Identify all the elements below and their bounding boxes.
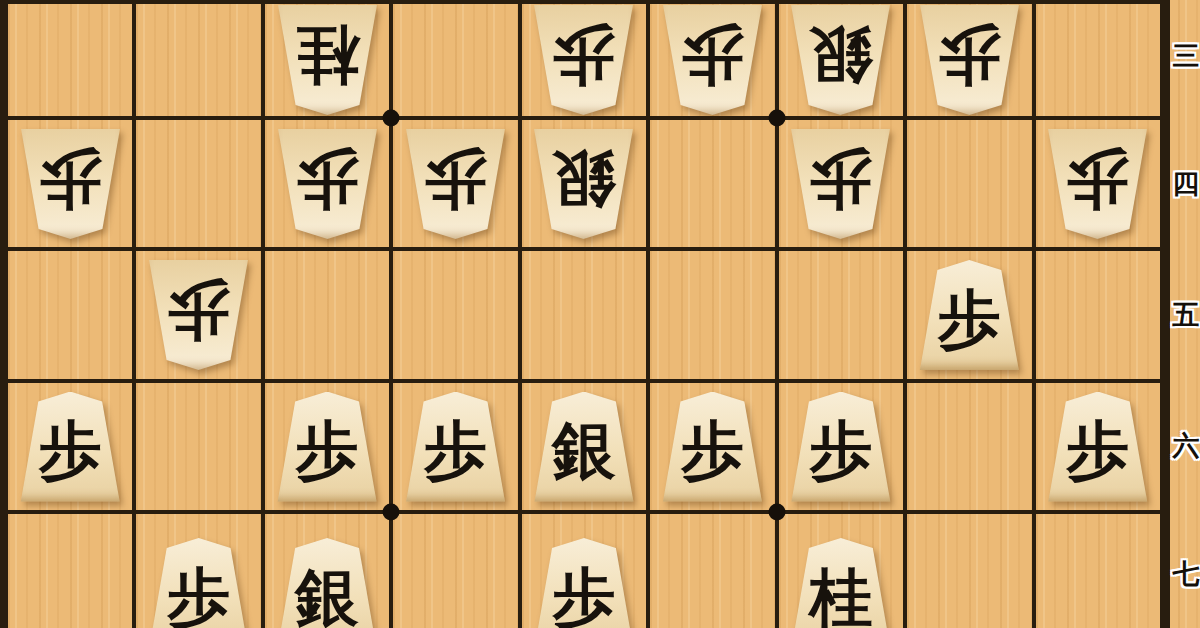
- piece-kanji: 桂: [809, 566, 872, 628]
- piece-kanji: 歩: [552, 566, 615, 628]
- piece-kanji: 歩: [938, 25, 1001, 88]
- piece-sente-pawn[interactable]: 歩: [404, 392, 507, 502]
- piece-gote-silver[interactable]: 銀: [789, 5, 892, 115]
- piece-kanji: 銀: [552, 419, 615, 482]
- square-2-6[interactable]: [907, 383, 1031, 510]
- piece-gote-pawn[interactable]: 歩: [404, 129, 507, 239]
- piece-body: 歩: [661, 392, 764, 502]
- piece-kanji: 桂: [296, 25, 359, 88]
- board-grid: 桂歩歩銀歩歩歩歩銀歩歩歩歩歩歩歩銀歩歩歩歩銀歩桂: [0, 0, 1170, 628]
- piece-body: 歩: [404, 392, 507, 502]
- piece-body: 歩: [1046, 129, 1149, 239]
- square-3-3[interactable]: 銀: [779, 4, 903, 116]
- piece-sente-silver[interactable]: 銀: [532, 392, 635, 502]
- piece-gote-pawn[interactable]: 歩: [276, 129, 379, 239]
- piece-sente-pawn[interactable]: 歩: [532, 538, 635, 628]
- piece-kanji: 歩: [681, 419, 744, 482]
- piece-body: 歩: [276, 392, 379, 502]
- piece-kanji: 歩: [1066, 148, 1129, 211]
- piece-body: 銀: [789, 5, 892, 115]
- piece-kanji: 銀: [809, 25, 872, 88]
- piece-body: 歩: [532, 5, 635, 115]
- piece-kanji: 歩: [167, 280, 230, 343]
- square-5-6[interactable]: 銀: [522, 383, 646, 510]
- piece-gote-pawn[interactable]: 歩: [1046, 129, 1149, 239]
- piece-body: 歩: [404, 129, 507, 239]
- piece-body: 銀: [532, 392, 635, 502]
- piece-sente-pawn[interactable]: 歩: [19, 392, 122, 502]
- piece-sente-pawn[interactable]: 歩: [661, 392, 764, 502]
- piece-kanji: 銀: [296, 566, 359, 628]
- piece-kanji: 銀: [552, 148, 615, 211]
- square-4-6[interactable]: 歩: [650, 383, 774, 510]
- square-9-5[interactable]: [8, 251, 132, 379]
- square-7-3[interactable]: 桂: [265, 4, 389, 116]
- rank-label-3: 三: [1172, 38, 1200, 74]
- square-9-7[interactable]: [8, 514, 132, 628]
- piece-kanji: 歩: [424, 148, 487, 211]
- piece-kanji: 歩: [552, 25, 615, 88]
- square-1-5[interactable]: [1036, 251, 1160, 379]
- piece-sente-pawn[interactable]: 歩: [147, 538, 250, 628]
- rank-label-4: 四: [1172, 166, 1200, 202]
- square-6-7[interactable]: [393, 514, 517, 628]
- piece-body: 歩: [276, 129, 379, 239]
- star-point: [769, 110, 786, 127]
- square-2-3[interactable]: 歩: [907, 4, 1031, 116]
- square-8-6[interactable]: [136, 383, 260, 510]
- piece-body: 歩: [1046, 392, 1149, 502]
- piece-kanji: 歩: [39, 419, 102, 482]
- piece-body: 歩: [19, 392, 122, 502]
- piece-gote-pawn[interactable]: 歩: [532, 5, 635, 115]
- square-1-7[interactable]: [1036, 514, 1160, 628]
- square-9-6[interactable]: 歩: [8, 383, 132, 510]
- piece-body: 歩: [19, 129, 122, 239]
- square-8-4[interactable]: [136, 120, 260, 247]
- square-3-4[interactable]: 歩: [779, 120, 903, 247]
- piece-body: 銀: [276, 538, 379, 628]
- piece-gote-pawn[interactable]: 歩: [147, 260, 250, 370]
- piece-body: 歩: [147, 260, 250, 370]
- square-9-4[interactable]: 歩: [8, 120, 132, 247]
- piece-body: 歩: [532, 538, 635, 628]
- piece-sente-knight[interactable]: 桂: [789, 538, 892, 628]
- piece-body: 歩: [147, 538, 250, 628]
- square-7-4[interactable]: 歩: [265, 120, 389, 247]
- square-1-6[interactable]: 歩: [1036, 383, 1160, 510]
- square-3-7[interactable]: 桂: [779, 514, 903, 628]
- square-3-5[interactable]: [779, 251, 903, 379]
- square-4-3[interactable]: 歩: [650, 4, 774, 116]
- piece-body: 銀: [532, 129, 635, 239]
- star-point: [383, 110, 400, 127]
- square-6-5[interactable]: [393, 251, 517, 379]
- rank-label-7: 七: [1172, 556, 1200, 592]
- square-5-5[interactable]: [522, 251, 646, 379]
- square-4-4[interactable]: [650, 120, 774, 247]
- piece-body: 桂: [789, 538, 892, 628]
- square-4-7[interactable]: [650, 514, 774, 628]
- piece-body: 歩: [918, 5, 1021, 115]
- square-8-7[interactable]: 歩: [136, 514, 260, 628]
- piece-kanji: 歩: [424, 419, 487, 482]
- piece-kanji: 歩: [296, 419, 359, 482]
- piece-body: 歩: [789, 392, 892, 502]
- star-point: [769, 504, 786, 521]
- piece-kanji: 歩: [1066, 419, 1129, 482]
- square-8-3[interactable]: [136, 4, 260, 116]
- square-1-4[interactable]: 歩: [1036, 120, 1160, 247]
- piece-gote-pawn[interactable]: 歩: [789, 129, 892, 239]
- square-2-4[interactable]: [907, 120, 1031, 247]
- piece-gote-silver[interactable]: 銀: [532, 129, 635, 239]
- square-1-3[interactable]: [1036, 4, 1160, 116]
- piece-body: 歩: [789, 129, 892, 239]
- piece-kanji: 歩: [809, 148, 872, 211]
- piece-sente-pawn[interactable]: 歩: [789, 392, 892, 502]
- square-3-6[interactable]: 歩: [779, 383, 903, 510]
- star-point: [383, 504, 400, 521]
- square-2-5[interactable]: 歩: [907, 251, 1031, 379]
- piece-kanji: 歩: [39, 148, 102, 211]
- square-6-6[interactable]: 歩: [393, 383, 517, 510]
- rank-label-5: 五: [1172, 297, 1200, 333]
- square-5-3[interactable]: 歩: [522, 4, 646, 116]
- piece-sente-pawn[interactable]: 歩: [918, 260, 1021, 370]
- rank-label-6: 六: [1172, 428, 1200, 464]
- square-4-5[interactable]: [650, 251, 774, 379]
- piece-kanji: 歩: [938, 288, 1001, 351]
- piece-gote-knight[interactable]: 桂: [276, 5, 379, 115]
- square-8-5[interactable]: 歩: [136, 251, 260, 379]
- piece-body: 歩: [918, 260, 1021, 370]
- piece-body: 歩: [661, 5, 764, 115]
- piece-gote-pawn[interactable]: 歩: [19, 129, 122, 239]
- square-6-3[interactable]: [393, 4, 517, 116]
- shogi-board-screenshot: 桂歩歩銀歩歩歩歩銀歩歩歩歩歩歩歩銀歩歩歩歩銀歩桂 三 四 五 六 七: [0, 0, 1200, 628]
- piece-kanji: 歩: [809, 419, 872, 482]
- piece-gote-pawn[interactable]: 歩: [918, 5, 1021, 115]
- piece-kanji: 歩: [296, 148, 359, 211]
- piece-sente-pawn[interactable]: 歩: [276, 392, 379, 502]
- square-6-4[interactable]: 歩: [393, 120, 517, 247]
- piece-kanji: 歩: [681, 25, 744, 88]
- piece-sente-pawn[interactable]: 歩: [1046, 392, 1149, 502]
- square-2-7[interactable]: [907, 514, 1031, 628]
- piece-body: 桂: [276, 5, 379, 115]
- square-7-5[interactable]: [265, 251, 389, 379]
- square-7-7[interactable]: 銀: [265, 514, 389, 628]
- square-5-7[interactable]: 歩: [522, 514, 646, 628]
- square-5-4[interactable]: 銀: [522, 120, 646, 247]
- square-7-6[interactable]: 歩: [265, 383, 389, 510]
- piece-sente-silver[interactable]: 銀: [276, 538, 379, 628]
- piece-kanji: 歩: [167, 566, 230, 628]
- square-9-3[interactable]: [8, 4, 132, 116]
- piece-gote-pawn[interactable]: 歩: [661, 5, 764, 115]
